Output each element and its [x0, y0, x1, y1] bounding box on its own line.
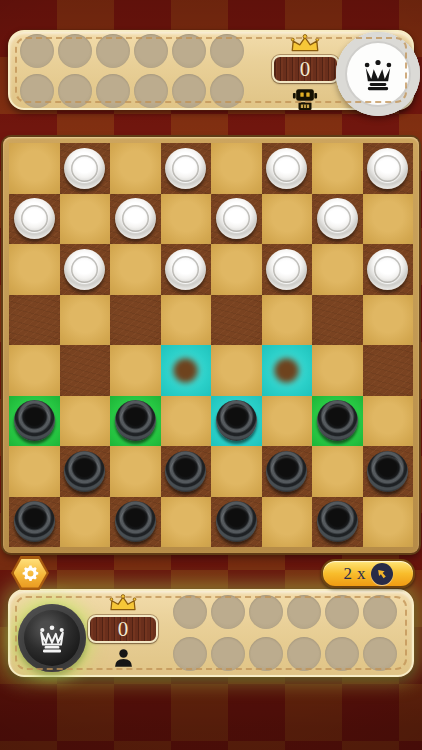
board-square-r6c8[interactable]: [363, 396, 414, 447]
board-square-r1c5[interactable]: [211, 143, 262, 194]
opponent-panel: 0: [8, 30, 414, 110]
board-square-r2c7[interactable]: [312, 194, 363, 245]
board-square-r5c2[interactable]: [60, 345, 111, 396]
board-square-r2c6[interactable]: [262, 194, 313, 245]
crown-icon: [107, 594, 139, 612]
board-square-r1c7[interactable]: [312, 143, 363, 194]
gear-icon: [21, 564, 40, 583]
captured-slot: [210, 34, 244, 68]
white-piece[interactable]: [367, 249, 408, 290]
board: [9, 143, 413, 547]
board-square-r3c2[interactable]: [60, 244, 111, 295]
white-piece[interactable]: [266, 249, 307, 290]
opponent-score-box: 0: [272, 55, 339, 83]
board-square-r8c6[interactable]: [262, 497, 313, 548]
captured-slot: [96, 34, 130, 68]
captured-slot: [96, 74, 130, 108]
board-square-r3c3[interactable]: [110, 244, 161, 295]
white-piece[interactable]: [266, 148, 307, 189]
opponent-score: 0: [300, 59, 311, 80]
black-piece[interactable]: [266, 451, 307, 492]
black-piece[interactable]: [216, 400, 257, 441]
captured-slot: [287, 637, 321, 671]
undo-arrow-icon: [371, 563, 393, 585]
board-square-r2c5[interactable]: [211, 194, 262, 245]
captured-slot: [134, 34, 168, 68]
board-square-r2c4[interactable]: [161, 194, 212, 245]
board-square-r4c6[interactable]: [262, 295, 313, 346]
board-square-r8c3[interactable]: [110, 497, 161, 548]
captured-slot: [172, 34, 206, 68]
board-square-r8c8[interactable]: [363, 497, 414, 548]
board-square-r8c2[interactable]: [60, 497, 111, 548]
queen-crown-icon: [36, 623, 68, 653]
undo-multiplier: x: [357, 564, 366, 584]
board-square-r3c6[interactable]: [262, 244, 313, 295]
board-square-r7c6[interactable]: [262, 446, 313, 497]
player-avatar-black-piece: [18, 604, 86, 672]
board-square-r7c5[interactable]: [211, 446, 262, 497]
board-square-r7c3[interactable]: [110, 446, 161, 497]
captured-slot: [211, 637, 245, 671]
opponent-avatar-white-piece: [336, 32, 420, 116]
board-square-r5c4[interactable]: [161, 345, 212, 396]
undo-button[interactable]: 2 x: [321, 559, 415, 588]
black-piece[interactable]: [317, 400, 358, 441]
board-square-r2c8[interactable]: [363, 194, 414, 245]
board-square-r5c6[interactable]: [262, 345, 313, 396]
captured-tray-opponent: [20, 34, 244, 108]
board-square-r3c1[interactable]: [9, 244, 60, 295]
white-piece[interactable]: [367, 148, 408, 189]
opponent-score-group: 0: [271, 34, 339, 111]
board-square-r6c2[interactable]: [60, 396, 111, 447]
white-piece[interactable]: [165, 249, 206, 290]
board-square-r1c3[interactable]: [110, 143, 161, 194]
captured-slot: [287, 595, 321, 629]
white-piece[interactable]: [317, 198, 358, 239]
board-square-r8c1[interactable]: [9, 497, 60, 548]
board-square-r6c5[interactable]: [211, 396, 262, 447]
undo-count: 2: [344, 564, 353, 584]
black-piece[interactable]: [216, 501, 257, 542]
board-square-r6c7[interactable]: [312, 396, 363, 447]
board-square-r5c3[interactable]: [110, 345, 161, 396]
board-square-r8c4[interactable]: [161, 497, 212, 548]
board-square-r4c5[interactable]: [211, 295, 262, 346]
move-target-highlight: [170, 355, 201, 386]
robot-icon: [292, 85, 318, 111]
board-square-r2c3[interactable]: [110, 194, 161, 245]
board-frame: [3, 137, 419, 553]
captured-slot: [58, 74, 92, 108]
captured-slot: [325, 595, 359, 629]
captured-tray-player: [173, 595, 397, 671]
black-piece[interactable]: [115, 501, 156, 542]
captured-slot: [363, 637, 397, 671]
white-piece[interactable]: [115, 198, 156, 239]
board-square-r3c7[interactable]: [312, 244, 363, 295]
captured-slot: [210, 74, 244, 108]
board-square-r4c4[interactable]: [161, 295, 212, 346]
board-square-r7c8[interactable]: [363, 446, 414, 497]
captured-slot: [173, 595, 207, 629]
captured-slot: [211, 595, 245, 629]
board-square-r7c1[interactable]: [9, 446, 60, 497]
board-square-r2c2[interactable]: [60, 194, 111, 245]
board-square-r7c4[interactable]: [161, 446, 212, 497]
white-piece[interactable]: [64, 249, 105, 290]
person-icon: [112, 647, 135, 669]
captured-slot: [172, 74, 206, 108]
board-square-r5c1[interactable]: [9, 345, 60, 396]
black-piece[interactable]: [367, 451, 408, 492]
move-target-highlight: [271, 355, 302, 386]
captured-slot: [134, 74, 168, 108]
board-square-r4c3[interactable]: [110, 295, 161, 346]
board-square-r4c2[interactable]: [60, 295, 111, 346]
player-score-box: 0: [88, 615, 158, 643]
black-piece[interactable]: [317, 501, 358, 542]
board-square-r3c4[interactable]: [161, 244, 212, 295]
board-square-r6c3[interactable]: [110, 396, 161, 447]
captured-slot: [58, 34, 92, 68]
board-square-r5c5[interactable]: [211, 345, 262, 396]
queen-crown-icon: [360, 57, 396, 91]
board-square-r6c6[interactable]: [262, 396, 313, 447]
black-piece[interactable]: [14, 400, 55, 441]
board-square-r1c6[interactable]: [262, 143, 313, 194]
board-square-r5c8[interactable]: [363, 345, 414, 396]
white-piece[interactable]: [216, 198, 257, 239]
black-piece[interactable]: [14, 501, 55, 542]
captured-slot: [20, 34, 54, 68]
board-square-r8c5[interactable]: [211, 497, 262, 548]
settings-button[interactable]: [11, 556, 49, 590]
board-square-r1c8[interactable]: [363, 143, 414, 194]
white-piece[interactable]: [14, 198, 55, 239]
black-piece[interactable]: [165, 451, 206, 492]
board-square-r7c7[interactable]: [312, 446, 363, 497]
board-square-r1c4[interactable]: [161, 143, 212, 194]
board-square-r3c8[interactable]: [363, 244, 414, 295]
board-square-r4c8[interactable]: [363, 295, 414, 346]
board-square-r8c7[interactable]: [312, 497, 363, 548]
board-square-r3c5[interactable]: [211, 244, 262, 295]
board-square-r1c2[interactable]: [60, 143, 111, 194]
board-square-r7c2[interactable]: [60, 446, 111, 497]
white-piece[interactable]: [64, 148, 105, 189]
player-score-group: 0: [88, 594, 158, 669]
captured-slot: [249, 595, 283, 629]
captured-slot: [363, 595, 397, 629]
black-piece[interactable]: [64, 451, 105, 492]
board-square-r6c4[interactable]: [161, 396, 212, 447]
board-square-r5c7[interactable]: [312, 345, 363, 396]
black-piece[interactable]: [115, 400, 156, 441]
board-square-r4c1[interactable]: [9, 295, 60, 346]
board-square-r1c1[interactable]: [9, 143, 60, 194]
board-square-r6c1[interactable]: [9, 396, 60, 447]
captured-slot: [325, 637, 359, 671]
player-panel: 0: [8, 589, 414, 677]
board-square-r2c1[interactable]: [9, 194, 60, 245]
player-score: 0: [118, 619, 129, 640]
white-piece[interactable]: [165, 148, 206, 189]
crown-icon: [288, 34, 322, 53]
captured-slot: [249, 637, 283, 671]
board-square-r4c7[interactable]: [312, 295, 363, 346]
captured-slot: [20, 74, 54, 108]
captured-slot: [173, 637, 207, 671]
game-screen: 0: [0, 0, 422, 750]
